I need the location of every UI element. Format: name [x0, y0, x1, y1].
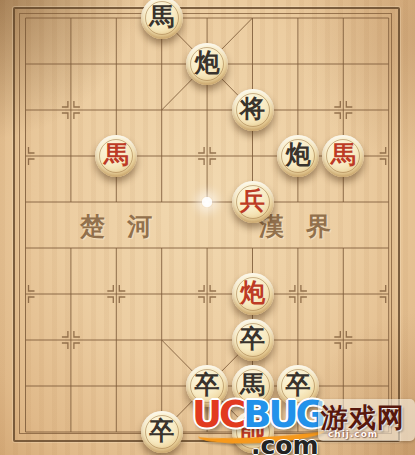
watermark-uc: UC — [192, 393, 243, 436]
piece-glyph: 兵 — [240, 180, 265, 222]
river-label-right: 漢 界 — [259, 213, 331, 240]
piece-black-cannon[interactable]: 炮 — [277, 135, 319, 177]
river-char: 界 — [306, 213, 331, 240]
watermark-domain: .com — [251, 431, 319, 455]
piece-black-general[interactable]: 将 — [232, 89, 274, 131]
piece-glyph: 馬 — [149, 0, 174, 38]
piece-glyph: 卒 — [240, 318, 265, 360]
piece-glyph: 将 — [240, 88, 265, 130]
piece-black-soldier[interactable]: 卒 — [141, 411, 183, 453]
piece-glyph: 馬 — [331, 134, 356, 176]
river-label-left: 楚 河 — [80, 213, 152, 240]
piece-glyph: 馬 — [104, 134, 129, 176]
watermark-brand: UCBUG — [192, 393, 323, 436]
piece-black-horse[interactable]: 馬 — [141, 0, 183, 39]
move-indicator-dot — [201, 196, 213, 208]
piece-glyph: 炮 — [285, 134, 310, 176]
watermark-small-url: chij.com — [328, 429, 378, 439]
piece-glyph: 炮 — [195, 42, 220, 84]
piece-red-soldier[interactable]: 兵 — [232, 181, 274, 223]
piece-red-cannon[interactable]: 炮 — [232, 273, 274, 315]
xiangqi-board: 楚 河 漢 界 馬炮将馬炮馬兵炮卒卒馬卒卒帥 UCBUG 游戏网 chij.co… — [0, 0, 415, 455]
watermark-site-box: 游戏网 chij.com — [318, 399, 415, 441]
watermark-bug: BUG — [243, 393, 323, 436]
piece-glyph: 炮 — [240, 272, 265, 314]
piece-glyph: 卒 — [149, 410, 174, 452]
river-char: 河 — [127, 213, 152, 240]
piece-red-horse[interactable]: 馬 — [95, 135, 137, 177]
river-char: 楚 — [80, 213, 105, 240]
piece-black-cannon[interactable]: 炮 — [186, 43, 228, 85]
piece-black-soldier[interactable]: 卒 — [232, 319, 274, 361]
piece-red-horse[interactable]: 馬 — [322, 135, 364, 177]
watermark: UCBUG 游戏网 chij.com .com — [188, 395, 415, 455]
